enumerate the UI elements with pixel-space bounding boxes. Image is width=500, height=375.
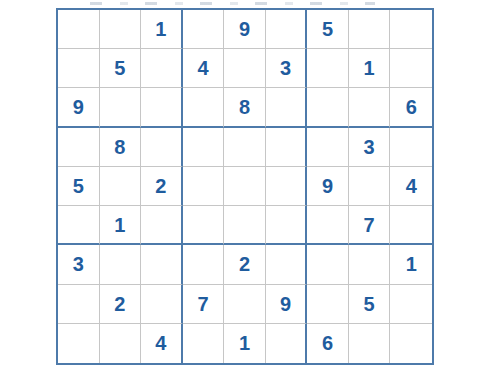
cell-r1c3[interactable]: 1 xyxy=(141,10,183,49)
cell-r4c4[interactable] xyxy=(183,128,225,167)
cell-r7c9[interactable]: 1 xyxy=(390,245,432,284)
cropped-text-artifact xyxy=(90,2,375,5)
cell-r5c9[interactable]: 4 xyxy=(390,167,432,206)
given-digit: 9 xyxy=(73,97,84,117)
cell-r5c8[interactable] xyxy=(349,167,391,206)
cell-r6c6[interactable] xyxy=(266,206,308,245)
page: 1955431986835294173212795416 xyxy=(0,0,500,375)
cell-r8c7[interactable] xyxy=(307,285,349,324)
cell-r1c8[interactable] xyxy=(349,10,391,49)
cell-r7c1[interactable]: 3 xyxy=(58,245,100,284)
cell-r8c2[interactable]: 2 xyxy=(100,285,142,324)
cell-r6c2[interactable]: 1 xyxy=(100,206,142,245)
given-digit: 9 xyxy=(239,19,250,39)
given-digit: 3 xyxy=(73,254,84,274)
given-digit: 9 xyxy=(280,294,291,314)
given-digit: 5 xyxy=(364,294,375,314)
cell-r6c3[interactable] xyxy=(141,206,183,245)
cell-r9c6[interactable] xyxy=(266,324,308,363)
cell-r3c9[interactable]: 6 xyxy=(390,88,432,127)
given-digit: 3 xyxy=(364,137,375,157)
given-digit: 8 xyxy=(239,97,250,117)
cell-r4c1[interactable] xyxy=(58,128,100,167)
given-digit: 1 xyxy=(364,58,375,78)
cell-r4c7[interactable] xyxy=(307,128,349,167)
given-digit: 1 xyxy=(155,19,166,39)
cell-r2c3[interactable] xyxy=(141,49,183,88)
cell-r3c1[interactable]: 9 xyxy=(58,88,100,127)
cell-r9c7[interactable]: 6 xyxy=(307,324,349,363)
cell-r4c3[interactable] xyxy=(141,128,183,167)
cell-r4c5[interactable] xyxy=(224,128,266,167)
cell-r8c8[interactable]: 5 xyxy=(349,285,391,324)
given-digit: 4 xyxy=(197,58,208,78)
given-digit: 1 xyxy=(114,215,125,235)
given-digit: 5 xyxy=(114,58,125,78)
given-digit: 7 xyxy=(364,215,375,235)
cell-r5c3[interactable]: 2 xyxy=(141,167,183,206)
cell-r9c8[interactable] xyxy=(349,324,391,363)
cell-r3c3[interactable] xyxy=(141,88,183,127)
cell-r1c6[interactable] xyxy=(266,10,308,49)
given-digit: 6 xyxy=(406,97,417,117)
cell-r7c6[interactable] xyxy=(266,245,308,284)
cell-r2c6[interactable]: 3 xyxy=(266,49,308,88)
cell-r7c4[interactable] xyxy=(183,245,225,284)
given-digit: 2 xyxy=(155,176,166,196)
cell-r2c4[interactable]: 4 xyxy=(183,49,225,88)
cell-r5c6[interactable] xyxy=(266,167,308,206)
cell-r9c1[interactable] xyxy=(58,324,100,363)
cell-r3c8[interactable] xyxy=(349,88,391,127)
cell-r8c3[interactable] xyxy=(141,285,183,324)
cell-r1c9[interactable] xyxy=(390,10,432,49)
cell-r6c9[interactable] xyxy=(390,206,432,245)
cell-r6c8[interactable]: 7 xyxy=(349,206,391,245)
cell-r7c2[interactable] xyxy=(100,245,142,284)
given-digit: 4 xyxy=(406,176,417,196)
cell-r5c5[interactable] xyxy=(224,167,266,206)
given-digit: 8 xyxy=(114,137,125,157)
cell-r1c5[interactable]: 9 xyxy=(224,10,266,49)
cell-r9c5[interactable]: 1 xyxy=(224,324,266,363)
cell-r7c5[interactable]: 2 xyxy=(224,245,266,284)
cell-r1c7[interactable]: 5 xyxy=(307,10,349,49)
cell-r9c4[interactable] xyxy=(183,324,225,363)
cell-r9c3[interactable]: 4 xyxy=(141,324,183,363)
cell-r8c9[interactable] xyxy=(390,285,432,324)
cell-r2c9[interactable] xyxy=(390,49,432,88)
cell-r4c9[interactable] xyxy=(390,128,432,167)
cell-r2c5[interactable] xyxy=(224,49,266,88)
given-digit: 4 xyxy=(155,333,166,353)
cell-r8c4[interactable]: 7 xyxy=(183,285,225,324)
cell-r9c2[interactable] xyxy=(100,324,142,363)
cell-r1c2[interactable] xyxy=(100,10,142,49)
given-digit: 1 xyxy=(406,254,417,274)
cell-r1c4[interactable] xyxy=(183,10,225,49)
cell-r5c2[interactable] xyxy=(100,167,142,206)
cell-r2c8[interactable]: 1 xyxy=(349,49,391,88)
cell-r8c5[interactable] xyxy=(224,285,266,324)
cell-r5c1[interactable]: 5 xyxy=(58,167,100,206)
cell-r7c7[interactable] xyxy=(307,245,349,284)
cell-r2c2[interactable]: 5 xyxy=(100,49,142,88)
cell-r6c4[interactable] xyxy=(183,206,225,245)
cell-r7c8[interactable] xyxy=(349,245,391,284)
given-digit: 2 xyxy=(239,254,250,274)
given-digit: 9 xyxy=(322,176,333,196)
cell-r9c9[interactable] xyxy=(390,324,432,363)
cell-r3c2[interactable] xyxy=(100,88,142,127)
given-digit: 7 xyxy=(197,294,208,314)
cell-r4c8[interactable]: 3 xyxy=(349,128,391,167)
given-digit: 5 xyxy=(322,19,333,39)
cell-r3c4[interactable] xyxy=(183,88,225,127)
cell-r4c2[interactable]: 8 xyxy=(100,128,142,167)
sudoku-board: 1955431986835294173212795416 xyxy=(56,8,434,365)
cell-r8c6[interactable]: 9 xyxy=(266,285,308,324)
given-digit: 5 xyxy=(73,176,84,196)
cell-r3c6[interactable] xyxy=(266,88,308,127)
cell-r5c7[interactable]: 9 xyxy=(307,167,349,206)
cell-r1c1[interactable] xyxy=(58,10,100,49)
cell-r8c1[interactable] xyxy=(58,285,100,324)
cell-r6c1[interactable] xyxy=(58,206,100,245)
cell-r5c4[interactable] xyxy=(183,167,225,206)
cell-r2c7[interactable] xyxy=(307,49,349,88)
cell-r3c7[interactable] xyxy=(307,88,349,127)
cell-r7c3[interactable] xyxy=(141,245,183,284)
cell-r4c6[interactable] xyxy=(266,128,308,167)
cell-r6c5[interactable] xyxy=(224,206,266,245)
cell-r2c1[interactable] xyxy=(58,49,100,88)
cell-r3c5[interactable]: 8 xyxy=(224,88,266,127)
cell-r6c7[interactable] xyxy=(307,206,349,245)
given-digit: 3 xyxy=(280,58,291,78)
given-digit: 1 xyxy=(239,333,250,353)
given-digit: 2 xyxy=(114,294,125,314)
given-digit: 6 xyxy=(322,333,333,353)
